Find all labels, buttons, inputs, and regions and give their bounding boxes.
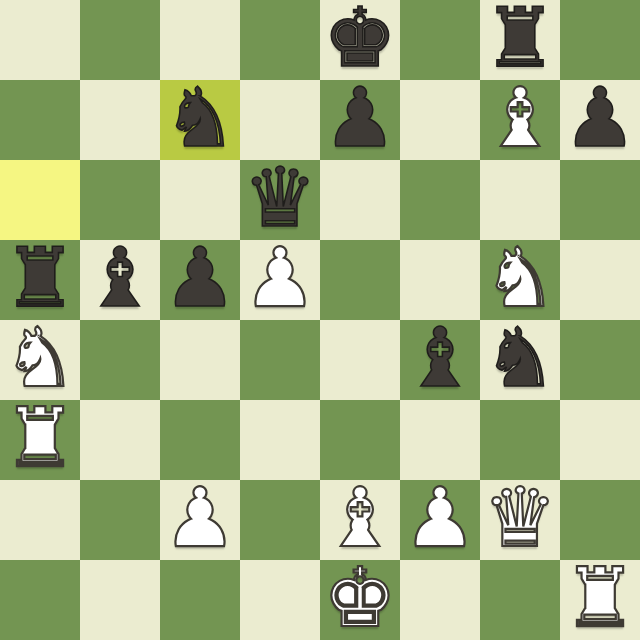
square-e7[interactable]: ♟ xyxy=(320,80,400,160)
white-rook[interactable]: ♜ xyxy=(3,397,77,479)
square-d2[interactable] xyxy=(240,480,320,560)
black-queen[interactable]: ♛ xyxy=(243,157,317,239)
square-h5[interactable] xyxy=(560,240,640,320)
square-h8[interactable] xyxy=(560,0,640,80)
square-f2[interactable]: ♟ xyxy=(400,480,480,560)
square-f8[interactable] xyxy=(400,0,480,80)
white-pawn[interactable]: ♟ xyxy=(243,237,317,319)
square-c6[interactable] xyxy=(160,160,240,240)
square-c2[interactable]: ♟ xyxy=(160,480,240,560)
square-h6[interactable] xyxy=(560,160,640,240)
square-a1[interactable] xyxy=(0,560,80,640)
square-g1[interactable] xyxy=(480,560,560,640)
black-king[interactable]: ♚ xyxy=(323,0,397,79)
black-pawn[interactable]: ♟ xyxy=(323,77,397,159)
square-f4[interactable]: ♝ xyxy=(400,320,480,400)
square-b3[interactable] xyxy=(80,400,160,480)
square-g8[interactable]: ♜ xyxy=(480,0,560,80)
square-c5[interactable]: ♟ xyxy=(160,240,240,320)
black-bishop[interactable]: ♝ xyxy=(403,317,477,399)
square-g6[interactable] xyxy=(480,160,560,240)
black-knight[interactable]: ♞ xyxy=(483,317,557,399)
square-d4[interactable] xyxy=(240,320,320,400)
square-a7[interactable] xyxy=(0,80,80,160)
white-pawn[interactable]: ♟ xyxy=(163,477,237,559)
square-g3[interactable] xyxy=(480,400,560,480)
square-f1[interactable] xyxy=(400,560,480,640)
white-queen[interactable]: ♛ xyxy=(483,477,557,559)
square-h1[interactable]: ♜ xyxy=(560,560,640,640)
square-h4[interactable] xyxy=(560,320,640,400)
square-d7[interactable] xyxy=(240,80,320,160)
square-d5[interactable]: ♟ xyxy=(240,240,320,320)
square-b5[interactable]: ♝ xyxy=(80,240,160,320)
square-h2[interactable] xyxy=(560,480,640,560)
square-d1[interactable] xyxy=(240,560,320,640)
square-e8[interactable]: ♚ xyxy=(320,0,400,80)
square-f5[interactable] xyxy=(400,240,480,320)
black-knight[interactable]: ♞ xyxy=(163,77,237,159)
white-king[interactable]: ♚ xyxy=(323,557,397,639)
chess-board: ♚♜♞♟♝♟♛♜♝♟♟♞♞♝♞♜♟♝♟♛♚♜ xyxy=(0,0,640,640)
square-e2[interactable]: ♝ xyxy=(320,480,400,560)
square-e6[interactable] xyxy=(320,160,400,240)
black-rook[interactable]: ♜ xyxy=(3,237,77,319)
white-bishop[interactable]: ♝ xyxy=(483,77,557,159)
square-b7[interactable] xyxy=(80,80,160,160)
square-h7[interactable]: ♟ xyxy=(560,80,640,160)
square-f3[interactable] xyxy=(400,400,480,480)
square-a3[interactable]: ♜ xyxy=(0,400,80,480)
square-e4[interactable] xyxy=(320,320,400,400)
square-b2[interactable] xyxy=(80,480,160,560)
square-d8[interactable] xyxy=(240,0,320,80)
square-g7[interactable]: ♝ xyxy=(480,80,560,160)
square-b8[interactable] xyxy=(80,0,160,80)
square-a4[interactable]: ♞ xyxy=(0,320,80,400)
black-pawn[interactable]: ♟ xyxy=(563,77,637,159)
square-g4[interactable]: ♞ xyxy=(480,320,560,400)
square-a2[interactable] xyxy=(0,480,80,560)
white-bishop[interactable]: ♝ xyxy=(323,477,397,559)
white-knight[interactable]: ♞ xyxy=(483,237,557,319)
square-c4[interactable] xyxy=(160,320,240,400)
square-e5[interactable] xyxy=(320,240,400,320)
square-b1[interactable] xyxy=(80,560,160,640)
black-rook[interactable]: ♜ xyxy=(483,0,557,79)
white-pawn[interactable]: ♟ xyxy=(403,477,477,559)
square-f6[interactable] xyxy=(400,160,480,240)
square-d3[interactable] xyxy=(240,400,320,480)
square-f7[interactable] xyxy=(400,80,480,160)
square-c8[interactable] xyxy=(160,0,240,80)
square-g2[interactable]: ♛ xyxy=(480,480,560,560)
black-pawn[interactable]: ♟ xyxy=(163,237,237,319)
square-e1[interactable]: ♚ xyxy=(320,560,400,640)
square-a8[interactable] xyxy=(0,0,80,80)
white-knight[interactable]: ♞ xyxy=(3,317,77,399)
square-b4[interactable] xyxy=(80,320,160,400)
square-e3[interactable] xyxy=(320,400,400,480)
square-h3[interactable] xyxy=(560,400,640,480)
square-a6[interactable] xyxy=(0,160,80,240)
square-c7[interactable]: ♞ xyxy=(160,80,240,160)
square-d6[interactable]: ♛ xyxy=(240,160,320,240)
black-bishop[interactable]: ♝ xyxy=(83,237,157,319)
white-rook[interactable]: ♜ xyxy=(563,557,637,639)
square-a5[interactable]: ♜ xyxy=(0,240,80,320)
square-g5[interactable]: ♞ xyxy=(480,240,560,320)
square-c1[interactable] xyxy=(160,560,240,640)
square-b6[interactable] xyxy=(80,160,160,240)
square-c3[interactable] xyxy=(160,400,240,480)
